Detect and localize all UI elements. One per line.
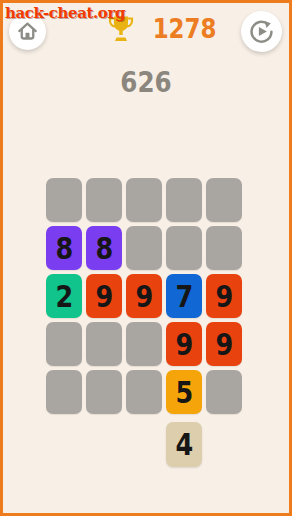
restart-replay-icon — [248, 18, 275, 45]
tile-r3c4-value-7[interactable]: 7 — [166, 274, 202, 318]
cell-r4c1-empty[interactable] — [46, 322, 82, 366]
board: 8829979995 — [46, 178, 242, 414]
tile-number: 9 — [135, 279, 153, 314]
tile-number: 9 — [95, 279, 113, 314]
cell-r4c2-empty[interactable] — [86, 322, 122, 366]
cell-r2c3-empty[interactable] — [126, 226, 162, 270]
tile-r3c1-value-2[interactable]: 2 — [46, 274, 82, 318]
tile-number: 9 — [215, 279, 233, 314]
tile-r4c5-value-9[interactable]: 9 — [206, 322, 242, 366]
cell-r1c5-empty[interactable] — [206, 178, 242, 222]
current-score: 626 — [24, 65, 267, 99]
tile-r2c1-value-8[interactable]: 8 — [46, 226, 82, 270]
tile-number: 9 — [215, 327, 233, 362]
cell-r2c5-empty[interactable] — [206, 226, 242, 270]
next-tile-value: 4 — [175, 427, 193, 462]
cell-r5c2-empty[interactable] — [86, 370, 122, 414]
tile-number: 2 — [55, 279, 73, 314]
cell-r1c1-empty[interactable] — [46, 178, 82, 222]
tile-r3c5-value-9[interactable]: 9 — [206, 274, 242, 318]
cell-r2c4-empty[interactable] — [166, 226, 202, 270]
cell-r4c3-empty[interactable] — [126, 322, 162, 366]
tile-number: 7 — [175, 279, 193, 314]
tile-number: 8 — [95, 231, 113, 266]
tile-r4c4-value-9[interactable]: 9 — [166, 322, 202, 366]
tile-number: 5 — [175, 375, 193, 410]
cell-r5c1-empty[interactable] — [46, 370, 82, 414]
home-icon — [16, 20, 39, 43]
cell-r1c3-empty[interactable] — [126, 178, 162, 222]
cell-r1c2-empty[interactable] — [86, 178, 122, 222]
cell-r5c5-empty[interactable] — [206, 370, 242, 414]
cell-r1c4-empty[interactable] — [166, 178, 202, 222]
restart-button[interactable] — [241, 11, 282, 52]
tile-r3c2-value-9[interactable]: 9 — [86, 274, 122, 318]
cell-r5c3-empty[interactable] — [126, 370, 162, 414]
best-score-group: 1278 — [108, 14, 222, 44]
next-tile-preview[interactable]: 4 — [166, 422, 202, 467]
tile-number: 9 — [175, 327, 193, 362]
tile-r5c4-value-5[interactable]: 5 — [166, 370, 202, 414]
tile-r2c2-value-8[interactable]: 8 — [86, 226, 122, 270]
tile-number: 8 — [55, 231, 73, 266]
best-score-value: 1278 — [153, 14, 217, 44]
watermark: hack-cheat.org — [5, 4, 125, 22]
tile-r3c3-value-9[interactable]: 9 — [126, 274, 162, 318]
game-screen: hack-cheat.org 1278 — [0, 0, 292, 516]
